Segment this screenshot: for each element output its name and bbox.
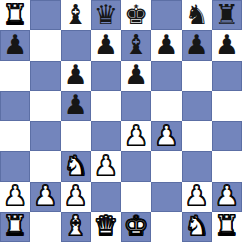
square-g4[interactable] [182, 121, 212, 151]
square-f8[interactable] [151, 0, 181, 30]
black-pawn-d7[interactable]: ♟ [94, 31, 118, 58]
square-e3[interactable] [121, 151, 151, 181]
square-b6[interactable] [30, 61, 60, 91]
square-h2[interactable]: ♟ [212, 182, 242, 212]
white-pawn-e4[interactable]: ♟ [124, 122, 148, 149]
square-c1[interactable]: ♝ [61, 212, 91, 242]
square-d3[interactable]: ♟ [91, 151, 121, 181]
square-f2[interactable] [151, 182, 181, 212]
black-pawn-a7[interactable]: ♟ [3, 31, 27, 58]
square-b2[interactable]: ♟ [30, 182, 60, 212]
white-knight-g1[interactable]: ♞ [185, 212, 209, 239]
black-queen-d8[interactable]: ♛ [94, 1, 118, 28]
square-g6[interactable] [182, 61, 212, 91]
square-d1[interactable]: ♛ [91, 212, 121, 242]
square-g1[interactable]: ♞ [182, 212, 212, 242]
black-pawn-e6[interactable]: ♟ [124, 61, 148, 88]
square-a5[interactable] [0, 91, 30, 121]
square-c6[interactable]: ♟ [61, 61, 91, 91]
square-d8[interactable]: ♛ [91, 0, 121, 30]
square-h7[interactable]: ♟ [212, 30, 242, 60]
white-rook-h1[interactable]: ♜ [215, 212, 239, 239]
white-pawn-f4[interactable]: ♟ [154, 122, 178, 149]
square-f5[interactable] [151, 91, 181, 121]
white-rook-a1[interactable]: ♜ [3, 212, 27, 239]
square-c8[interactable]: ♝ [61, 0, 91, 30]
square-b5[interactable] [30, 91, 60, 121]
square-b7[interactable] [30, 30, 60, 60]
square-f7[interactable]: ♟ [151, 30, 181, 60]
square-a2[interactable]: ♟ [0, 182, 30, 212]
square-c2[interactable]: ♟ [61, 182, 91, 212]
square-b3[interactable] [30, 151, 60, 181]
black-knight-g8[interactable]: ♞ [185, 1, 209, 28]
square-a8[interactable]: ♜ [0, 0, 30, 30]
white-bishop-c1[interactable]: ♝ [64, 212, 88, 239]
square-d6[interactable] [91, 61, 121, 91]
square-c7[interactable] [61, 30, 91, 60]
black-bishop-c8[interactable]: ♝ [64, 1, 88, 28]
square-g7[interactable]: ♟ [182, 30, 212, 60]
chess-board: ♜♝♛♚♞♜♟♟♝♟♟♟♟♟♟♟♟♞♟♟♟♟♟♟♜♝♛♚♞♜ [0, 0, 242, 242]
white-pawn-c2[interactable]: ♟ [64, 182, 88, 209]
square-d4[interactable] [91, 121, 121, 151]
square-g2[interactable]: ♟ [182, 182, 212, 212]
square-a4[interactable] [0, 121, 30, 151]
white-king-e1[interactable]: ♚ [124, 212, 148, 239]
square-h8[interactable]: ♜ [212, 0, 242, 30]
white-knight-c3[interactable]: ♞ [64, 152, 88, 179]
black-pawn-h7[interactable]: ♟ [215, 31, 239, 58]
white-pawn-h2[interactable]: ♟ [215, 182, 239, 209]
black-bishop-e7[interactable]: ♝ [124, 31, 148, 58]
square-a7[interactable]: ♟ [0, 30, 30, 60]
white-pawn-g2[interactable]: ♟ [185, 182, 209, 209]
white-pawn-b2[interactable]: ♟ [33, 182, 57, 209]
square-c3[interactable]: ♞ [61, 151, 91, 181]
square-b1[interactable] [30, 212, 60, 242]
black-pawn-c6[interactable]: ♟ [64, 61, 88, 88]
black-pawn-g7[interactable]: ♟ [185, 31, 209, 58]
square-a3[interactable] [0, 151, 30, 181]
white-pawn-d3[interactable]: ♟ [94, 152, 118, 179]
square-e6[interactable]: ♟ [121, 61, 151, 91]
square-a6[interactable] [0, 61, 30, 91]
square-e1[interactable]: ♚ [121, 212, 151, 242]
square-h5[interactable] [212, 91, 242, 121]
square-f1[interactable] [151, 212, 181, 242]
square-d7[interactable]: ♟ [91, 30, 121, 60]
square-f3[interactable] [151, 151, 181, 181]
square-f6[interactable] [151, 61, 181, 91]
square-d2[interactable] [91, 182, 121, 212]
square-g3[interactable] [182, 151, 212, 181]
black-king-e8[interactable]: ♚ [124, 1, 148, 28]
square-b4[interactable] [30, 121, 60, 151]
square-c5[interactable]: ♟ [61, 91, 91, 121]
square-e2[interactable] [121, 182, 151, 212]
white-rook-a8[interactable]: ♜ [3, 1, 27, 28]
square-a1[interactable]: ♜ [0, 212, 30, 242]
black-pawn-f7[interactable]: ♟ [154, 31, 178, 58]
square-c4[interactable] [61, 121, 91, 151]
square-b8[interactable] [30, 0, 60, 30]
square-e4[interactable]: ♟ [121, 121, 151, 151]
square-g5[interactable] [182, 91, 212, 121]
square-d5[interactable] [91, 91, 121, 121]
square-e8[interactable]: ♚ [121, 0, 151, 30]
black-pawn-c5[interactable]: ♟ [64, 91, 88, 118]
square-f4[interactable]: ♟ [151, 121, 181, 151]
black-rook-h8[interactable]: ♜ [215, 1, 239, 28]
square-h6[interactable] [212, 61, 242, 91]
square-g8[interactable]: ♞ [182, 0, 212, 30]
white-queen-d1[interactable]: ♛ [94, 212, 118, 239]
square-e7[interactable]: ♝ [121, 30, 151, 60]
square-h3[interactable] [212, 151, 242, 181]
white-pawn-a2[interactable]: ♟ [3, 182, 27, 209]
square-h4[interactable] [212, 121, 242, 151]
square-e5[interactable] [121, 91, 151, 121]
square-h1[interactable]: ♜ [212, 212, 242, 242]
